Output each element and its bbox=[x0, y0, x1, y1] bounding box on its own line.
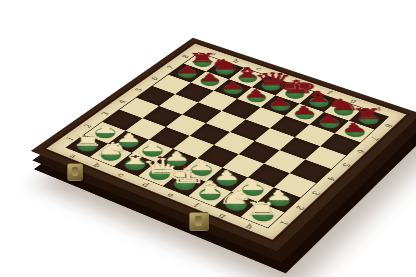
pawn-glyph: ♟ bbox=[334, 121, 373, 133]
chess-board: aabbccddeeffgghh8877665544332211 ♜♞♝♛♚♝♞… bbox=[31, 38, 416, 251]
finial-ornament bbox=[182, 165, 187, 167]
square-g3 bbox=[248, 164, 290, 188]
rook-glyph: ♜ bbox=[348, 106, 388, 120]
square-h6 bbox=[320, 133, 360, 155]
board-frame: aabbccddeeffgghh8877665544332211 ♜♞♝♛♚♝♞… bbox=[31, 38, 416, 251]
finial-ornament bbox=[290, 78, 294, 80]
finial-ornament bbox=[157, 156, 161, 158]
square-f2 bbox=[206, 168, 248, 192]
finial-ornament bbox=[267, 71, 271, 73]
brass-clasp bbox=[189, 212, 209, 231]
chess-set-photo: aabbccddeeffgghh8877665544332211 ♜♞♝♛♚♝♞… bbox=[0, 0, 416, 277]
square-g4 bbox=[264, 150, 305, 173]
square-g2 bbox=[231, 177, 274, 201]
brass-clasp bbox=[67, 163, 83, 181]
square-f3 bbox=[222, 154, 264, 177]
